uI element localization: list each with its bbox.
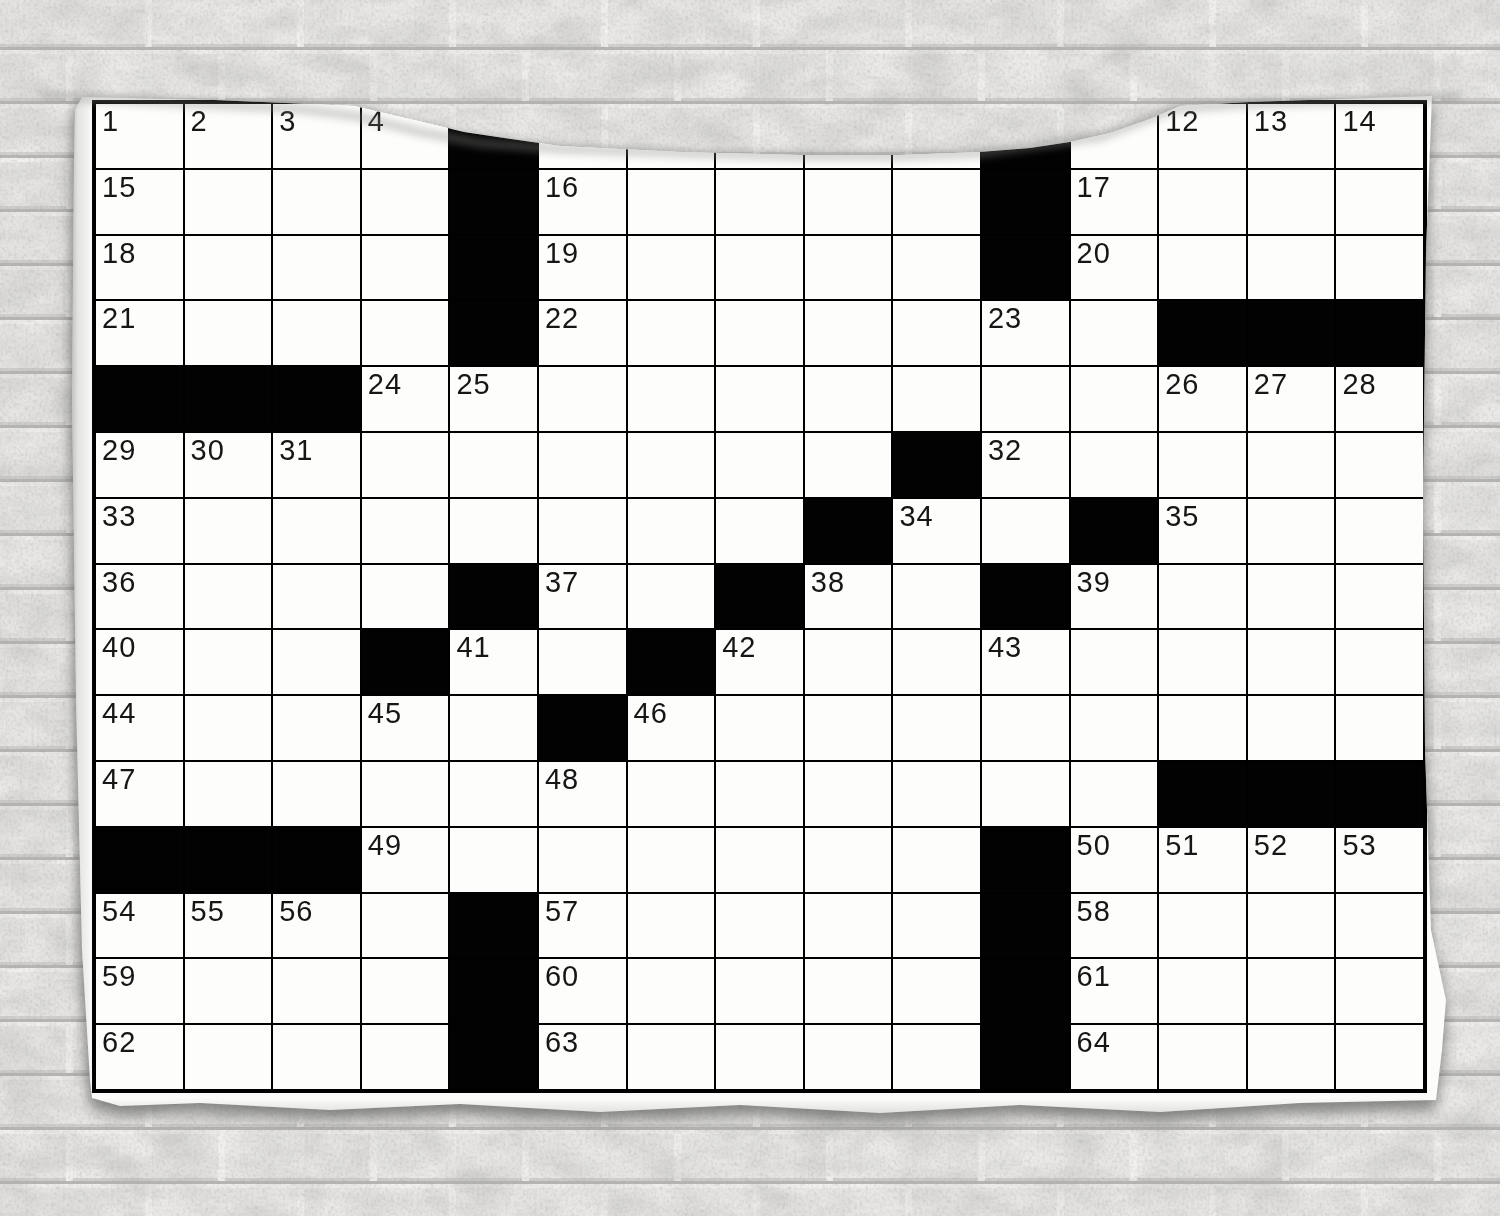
black-cell-r4c14: [1247, 300, 1336, 366]
cell-number: 22: [545, 304, 579, 333]
cell-number: 39: [1077, 568, 1111, 597]
cell-r10c7: 46: [627, 695, 716, 761]
cell-r15c15: [1335, 1024, 1424, 1090]
cell-r13c4: [361, 893, 450, 959]
cell-r11c8: [715, 761, 804, 827]
cell-r14c6: 60: [538, 958, 627, 1024]
cell-r15c3: [272, 1024, 361, 1090]
cell-r1c8: [715, 103, 804, 169]
cell-r8c6: 37: [538, 564, 627, 630]
cell-number: 50: [1077, 831, 1111, 860]
cell-number: 2: [191, 107, 208, 136]
cell-r10c5: [449, 695, 538, 761]
cell-number: 44: [102, 699, 136, 728]
cell-r10c9: [804, 695, 893, 761]
cell-r7c3: [272, 498, 361, 564]
cell-r13c14: [1247, 893, 1336, 959]
cell-number: 43: [988, 633, 1022, 662]
cell-r2c4: [361, 169, 450, 235]
cell-number: 57: [545, 897, 579, 926]
cell-number: 52: [1254, 831, 1288, 860]
cell-r2c14: [1247, 169, 1336, 235]
cell-r6c15: [1335, 432, 1424, 498]
cell-r14c9: [804, 958, 893, 1024]
cell-r15c4: [361, 1024, 450, 1090]
cell-r7c13: 35: [1158, 498, 1247, 564]
cell-r6c4: [361, 432, 450, 498]
black-cell-r13c5: [449, 893, 538, 959]
cell-number: 53: [1342, 831, 1376, 860]
cell-r4c6: 22: [538, 300, 627, 366]
cell-number: 4: [368, 107, 385, 136]
black-cell-r6c10: [892, 432, 981, 498]
cell-r13c8: [715, 893, 804, 959]
cell-r11c7: [627, 761, 716, 827]
cell-r1c10: [892, 103, 981, 169]
cell-r13c3: 56: [272, 893, 361, 959]
black-cell-r7c9: [804, 498, 893, 564]
cell-r10c15: [1335, 695, 1424, 761]
cell-r1c7: [627, 103, 716, 169]
cell-r12c4: 49: [361, 827, 450, 893]
cell-r6c12: [1070, 432, 1159, 498]
cell-r3c9: [804, 235, 893, 301]
cell-r1c9: [804, 103, 893, 169]
cell-r5c13: 26: [1158, 366, 1247, 432]
cell-r7c1: 33: [95, 498, 184, 564]
cell-r3c1: 18: [95, 235, 184, 301]
cell-r9c13: [1158, 629, 1247, 695]
cell-number: 12: [1165, 107, 1199, 136]
cell-number: 64: [1077, 1028, 1111, 1057]
cell-number: 20: [1077, 239, 1111, 268]
cell-r7c15: [1335, 498, 1424, 564]
cell-number: 3: [279, 107, 296, 136]
cell-r10c11: [981, 695, 1070, 761]
cell-r1c14: 13: [1247, 103, 1336, 169]
cell-r5c5: 25: [449, 366, 538, 432]
black-cell-r14c5: [449, 958, 538, 1024]
cell-r9c3: [272, 629, 361, 695]
cell-r13c2: 55: [184, 893, 273, 959]
cell-r9c9: [804, 629, 893, 695]
cell-r12c5: [449, 827, 538, 893]
black-cell-r9c7: [627, 629, 716, 695]
cell-number: 32: [988, 436, 1022, 465]
cell-number: 27: [1254, 370, 1288, 399]
cell-number: 46: [634, 699, 668, 728]
cell-r1c4: 4: [361, 103, 450, 169]
cell-r2c3: [272, 169, 361, 235]
cell-r5c4: 24: [361, 366, 450, 432]
cell-r6c14: [1247, 432, 1336, 498]
cell-r11c12: [1070, 761, 1159, 827]
black-cell-r3c11: [981, 235, 1070, 301]
cell-r3c6: 19: [538, 235, 627, 301]
black-cell-r12c3: [272, 827, 361, 893]
cell-r7c4: [361, 498, 450, 564]
cell-r15c9: [804, 1024, 893, 1090]
black-cell-r11c15: [1335, 761, 1424, 827]
cell-r12c12: 50: [1070, 827, 1159, 893]
cell-r8c15: [1335, 564, 1424, 630]
cell-r12c15: 53: [1335, 827, 1424, 893]
cell-r15c13: [1158, 1024, 1247, 1090]
cell-r8c1: 36: [95, 564, 184, 630]
cell-r4c1: 21: [95, 300, 184, 366]
cell-number: 35: [1165, 502, 1199, 531]
black-cell-r13c11: [981, 893, 1070, 959]
cell-r11c3: [272, 761, 361, 827]
black-cell-r15c5: [449, 1024, 538, 1090]
cell-r6c7: [627, 432, 716, 498]
cell-number: 40: [102, 633, 136, 662]
cell-r14c1: 59: [95, 958, 184, 1024]
cell-number: 1: [102, 107, 119, 136]
cell-r2c9: [804, 169, 893, 235]
cell-r1c3: 3: [272, 103, 361, 169]
cell-r7c7: [627, 498, 716, 564]
cell-r11c5: [449, 761, 538, 827]
cell-number: 23: [988, 304, 1022, 333]
cell-r14c4: [361, 958, 450, 1024]
cell-number: 34: [899, 502, 933, 531]
black-cell-r8c5: [449, 564, 538, 630]
crossword-tapestry: 1234121314151617181920212223242526272829…: [64, 94, 1448, 1120]
cell-r3c12: 20: [1070, 235, 1159, 301]
cell-number: 63: [545, 1028, 579, 1057]
black-cell-r7c12: [1070, 498, 1159, 564]
cell-r4c11: 23: [981, 300, 1070, 366]
cell-r3c15: [1335, 235, 1424, 301]
cell-r14c10: [892, 958, 981, 1024]
cell-r11c9: [804, 761, 893, 827]
cell-r4c4: [361, 300, 450, 366]
black-cell-r10c6: [538, 695, 627, 761]
cell-r5c10: [892, 366, 981, 432]
black-cell-r4c13: [1158, 300, 1247, 366]
cell-r6c11: 32: [981, 432, 1070, 498]
black-cell-r4c5: [449, 300, 538, 366]
cell-r14c8: [715, 958, 804, 1024]
cell-r15c8: [715, 1024, 804, 1090]
cell-number: 54: [102, 897, 136, 926]
cell-r2c1: 15: [95, 169, 184, 235]
black-cell-r8c8: [715, 564, 804, 630]
cell-r9c6: [538, 629, 627, 695]
cell-number: 16: [545, 173, 579, 202]
cell-r1c6: [538, 103, 627, 169]
cell-r10c1: 44: [95, 695, 184, 761]
cell-r8c2: [184, 564, 273, 630]
cell-r9c1: 40: [95, 629, 184, 695]
cell-r6c5: [449, 432, 538, 498]
cell-r3c10: [892, 235, 981, 301]
cell-r1c15: 14: [1335, 103, 1424, 169]
cell-r11c1: 47: [95, 761, 184, 827]
cell-r12c13: 51: [1158, 827, 1247, 893]
cell-number: 56: [279, 897, 313, 926]
black-cell-r5c2: [184, 366, 273, 432]
cell-r7c14: [1247, 498, 1336, 564]
cell-r5c11: [981, 366, 1070, 432]
black-cell-r12c2: [184, 827, 273, 893]
cell-r3c3: [272, 235, 361, 301]
cell-r14c3: [272, 958, 361, 1024]
cell-r9c8: 42: [715, 629, 804, 695]
cell-r10c3: [272, 695, 361, 761]
black-cell-r3c5: [449, 235, 538, 301]
cell-r11c11: [981, 761, 1070, 827]
black-cell-r5c1: [95, 366, 184, 432]
black-cell-r4c15: [1335, 300, 1424, 366]
cell-r13c15: [1335, 893, 1424, 959]
cell-r10c13: [1158, 695, 1247, 761]
cell-r12c8: [715, 827, 804, 893]
black-cell-r11c14: [1247, 761, 1336, 827]
cell-r11c2: [184, 761, 273, 827]
cell-number: 45: [368, 699, 402, 728]
cell-r4c9: [804, 300, 893, 366]
cell-number: 47: [102, 765, 136, 794]
cell-number: 28: [1342, 370, 1376, 399]
cell-r4c12: [1070, 300, 1159, 366]
cell-r1c13: 12: [1158, 103, 1247, 169]
cell-r2c12: 17: [1070, 169, 1159, 235]
cell-number: 51: [1165, 831, 1199, 860]
cell-number: 48: [545, 765, 579, 794]
cell-r3c4: [361, 235, 450, 301]
tapestry-shadow: 1234121314151617181920212223242526272829…: [64, 94, 1448, 1120]
cell-r8c3: [272, 564, 361, 630]
cell-r4c2: [184, 300, 273, 366]
black-cell-r1c11: [981, 103, 1070, 169]
cell-number: 29: [102, 436, 136, 465]
cell-r15c7: [627, 1024, 716, 1090]
cell-r13c10: [892, 893, 981, 959]
cell-r7c10: 34: [892, 498, 981, 564]
cell-r5c15: 28: [1335, 366, 1424, 432]
cell-r2c10: [892, 169, 981, 235]
black-cell-r12c1: [95, 827, 184, 893]
cell-r5c7: [627, 366, 716, 432]
black-cell-r14c11: [981, 958, 1070, 1024]
black-cell-r2c5: [449, 169, 538, 235]
black-cell-r8c11: [981, 564, 1070, 630]
cell-number: 17: [1077, 173, 1111, 202]
cell-r5c9: [804, 366, 893, 432]
cell-r11c10: [892, 761, 981, 827]
cell-number: 60: [545, 962, 579, 991]
cell-r15c2: [184, 1024, 273, 1090]
cell-r9c10: [892, 629, 981, 695]
cell-r9c12: [1070, 629, 1159, 695]
cell-r15c1: 62: [95, 1024, 184, 1090]
cell-r15c14: [1247, 1024, 1336, 1090]
cell-number: 30: [191, 436, 225, 465]
cell-r1c2: 2: [184, 103, 273, 169]
cell-number: 15: [102, 173, 136, 202]
cell-r6c2: 30: [184, 432, 273, 498]
cell-number: 31: [279, 436, 313, 465]
cell-r9c11: 43: [981, 629, 1070, 695]
cell-r13c7: [627, 893, 716, 959]
scene-photo: { "game": "crossword", "scene": { "descr…: [0, 0, 1500, 1216]
cell-r3c8: [715, 235, 804, 301]
cell-r8c9: 38: [804, 564, 893, 630]
cell-r5c12: [1070, 366, 1159, 432]
cell-number: 21: [102, 304, 136, 333]
cell-r9c14: [1247, 629, 1336, 695]
cell-r7c5: [449, 498, 538, 564]
cell-r12c9: [804, 827, 893, 893]
black-cell-r1c5: [449, 103, 538, 169]
cell-r8c10: [892, 564, 981, 630]
cell-number: 62: [102, 1028, 136, 1057]
cell-r5c14: 27: [1247, 366, 1336, 432]
cell-r14c2: [184, 958, 273, 1024]
cell-number: 55: [191, 897, 225, 926]
cell-r2c8: [715, 169, 804, 235]
cell-number: 14: [1342, 107, 1376, 136]
cell-r2c15: [1335, 169, 1424, 235]
cell-r10c2: [184, 695, 273, 761]
cell-r5c6: [538, 366, 627, 432]
cell-r8c4: [361, 564, 450, 630]
cell-r14c14: [1247, 958, 1336, 1024]
cell-r12c14: 52: [1247, 827, 1336, 893]
cell-number: 33: [102, 502, 136, 531]
black-cell-r9c4: [361, 629, 450, 695]
cell-r11c4: [361, 761, 450, 827]
black-cell-r5c3: [272, 366, 361, 432]
cell-r13c1: 54: [95, 893, 184, 959]
cell-r1c12: [1070, 103, 1159, 169]
cell-r6c13: [1158, 432, 1247, 498]
cell-r9c5: 41: [449, 629, 538, 695]
cell-r7c6: [538, 498, 627, 564]
cell-number: 42: [722, 633, 756, 662]
black-cell-r11c13: [1158, 761, 1247, 827]
cell-r7c8: [715, 498, 804, 564]
cell-number: 13: [1254, 107, 1288, 136]
cell-r2c6: 16: [538, 169, 627, 235]
cell-number: 38: [811, 568, 845, 597]
cell-number: 61: [1077, 962, 1111, 991]
cell-r8c12: 39: [1070, 564, 1159, 630]
cell-r12c10: [892, 827, 981, 893]
cell-r9c2: [184, 629, 273, 695]
cell-number: 49: [368, 831, 402, 860]
cell-r6c1: 29: [95, 432, 184, 498]
cell-r13c13: [1158, 893, 1247, 959]
cell-r12c7: [627, 827, 716, 893]
cell-r8c14: [1247, 564, 1336, 630]
cell-r10c4: 45: [361, 695, 450, 761]
cell-number: 26: [1165, 370, 1199, 399]
cell-r13c6: 57: [538, 893, 627, 959]
cell-number: 19: [545, 239, 579, 268]
cell-r4c3: [272, 300, 361, 366]
cell-number: 18: [102, 239, 136, 268]
cell-number: 36: [102, 568, 136, 597]
cell-r14c13: [1158, 958, 1247, 1024]
cell-r4c10: [892, 300, 981, 366]
cell-r6c3: 31: [272, 432, 361, 498]
cell-r8c13: [1158, 564, 1247, 630]
cell-r10c14: [1247, 695, 1336, 761]
cell-r10c12: [1070, 695, 1159, 761]
cell-r13c12: 58: [1070, 893, 1159, 959]
cell-r6c9: [804, 432, 893, 498]
cell-number: 41: [456, 633, 490, 662]
cell-r12c6: [538, 827, 627, 893]
black-cell-r12c11: [981, 827, 1070, 893]
cell-r14c15: [1335, 958, 1424, 1024]
cell-r11c6: 48: [538, 761, 627, 827]
cell-r2c13: [1158, 169, 1247, 235]
cell-r8c7: [627, 564, 716, 630]
cell-r2c7: [627, 169, 716, 235]
cell-r3c2: [184, 235, 273, 301]
cell-r3c14: [1247, 235, 1336, 301]
cell-r10c10: [892, 695, 981, 761]
cell-r15c12: 64: [1070, 1024, 1159, 1090]
cell-r6c8: [715, 432, 804, 498]
cell-r15c6: 63: [538, 1024, 627, 1090]
cell-r13c9: [804, 893, 893, 959]
black-cell-r2c11: [981, 169, 1070, 235]
cell-r3c13: [1158, 235, 1247, 301]
cell-number: 58: [1077, 897, 1111, 926]
cell-r7c11: [981, 498, 1070, 564]
cell-number: 37: [545, 568, 579, 597]
cell-r4c8: [715, 300, 804, 366]
black-cell-r15c11: [981, 1024, 1070, 1090]
cell-r9c15: [1335, 629, 1424, 695]
cell-r4c7: [627, 300, 716, 366]
cell-r14c12: 61: [1070, 958, 1159, 1024]
cell-r2c2: [184, 169, 273, 235]
cell-r14c7: [627, 958, 716, 1024]
cell-r15c10: [892, 1024, 981, 1090]
cell-r3c7: [627, 235, 716, 301]
cell-r1c1: 1: [95, 103, 184, 169]
cell-r5c8: [715, 366, 804, 432]
crossword-grid: 1234121314151617181920212223242526272829…: [92, 100, 1427, 1093]
cell-r10c8: [715, 695, 804, 761]
cell-r7c2: [184, 498, 273, 564]
cell-number: 25: [456, 370, 490, 399]
cell-number: 24: [368, 370, 402, 399]
cell-number: 59: [102, 962, 136, 991]
cell-r6c6: [538, 432, 627, 498]
